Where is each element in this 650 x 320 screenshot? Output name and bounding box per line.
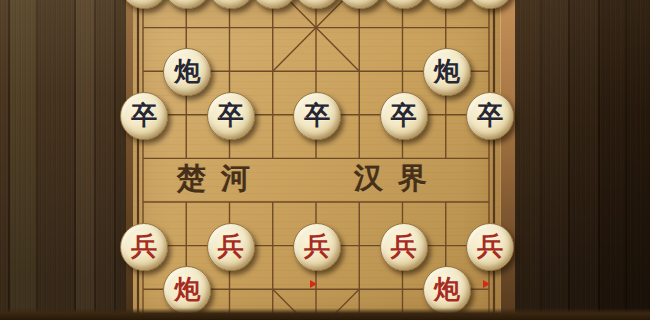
piece-character: 兵 <box>131 233 157 259</box>
piece-black-cannon-f1r2[interactable]: 炮 <box>163 48 211 96</box>
piece-black-soldier-f2r3[interactable]: 卒 <box>207 92 255 140</box>
piece-black-cannon-f7r2[interactable]: 炮 <box>423 48 471 96</box>
move-marker-arrow <box>310 280 317 288</box>
piece-black-soldier-f6r3[interactable]: 卒 <box>380 92 428 140</box>
piece-black-chariot-f8r0[interactable]: 車 <box>466 0 514 9</box>
piece-black-horse-f1r0[interactable]: 馬 <box>163 0 211 9</box>
piece-character: 兵 <box>218 233 244 259</box>
piece-red-soldier-f4r6[interactable]: 兵 <box>293 223 341 271</box>
piece-black-general-f4r0[interactable]: 將 <box>293 0 341 9</box>
piece-character: 卒 <box>477 102 503 128</box>
piece-character: 炮 <box>174 276 200 302</box>
piece-black-chariot-f0r0[interactable]: 車 <box>120 0 168 9</box>
piece-red-cannon-f7r7[interactable]: 炮 <box>423 266 471 314</box>
piece-red-cannon-f1r7[interactable]: 炮 <box>163 266 211 314</box>
piece-red-soldier-f6r6[interactable]: 兵 <box>380 223 428 271</box>
piece-character: 卒 <box>218 102 244 128</box>
piece-character: 卒 <box>131 102 157 128</box>
piece-character: 兵 <box>477 233 503 259</box>
piece-black-soldier-f4r3[interactable]: 卒 <box>293 92 341 140</box>
xiangqi-app-screen: 楚河 汉界 車馬象士將士象馬車炮炮卒卒卒卒卒兵兵兵兵兵炮炮 <box>0 0 650 320</box>
piece-character: 炮 <box>434 276 460 302</box>
piece-black-advisor-f5r0[interactable]: 士 <box>336 0 384 9</box>
move-marker-arrow <box>483 280 490 288</box>
piece-character: 卒 <box>304 102 330 128</box>
piece-character: 兵 <box>391 233 417 259</box>
piece-black-soldier-f8r3[interactable]: 卒 <box>466 92 514 140</box>
piece-character: 炮 <box>434 58 460 84</box>
piece-black-advisor-f3r0[interactable]: 士 <box>250 0 298 9</box>
piece-character: 卒 <box>391 102 417 128</box>
piece-red-soldier-f2r6[interactable]: 兵 <box>207 223 255 271</box>
piece-black-elephant-f6r0[interactable]: 象 <box>380 0 428 9</box>
piece-black-soldier-f0r3[interactable]: 卒 <box>120 92 168 140</box>
piece-red-soldier-f8r6[interactable]: 兵 <box>466 223 514 271</box>
pieces-layer: 車馬象士將士象馬車炮炮卒卒卒卒卒兵兵兵兵兵炮炮 <box>0 0 650 320</box>
bottom-crop-shadow <box>0 308 650 320</box>
piece-black-elephant-f2r0[interactable]: 象 <box>207 0 255 9</box>
piece-character: 炮 <box>174 58 200 84</box>
piece-black-horse-f7r0[interactable]: 馬 <box>423 0 471 9</box>
piece-character: 兵 <box>304 233 330 259</box>
piece-red-soldier-f0r6[interactable]: 兵 <box>120 223 168 271</box>
